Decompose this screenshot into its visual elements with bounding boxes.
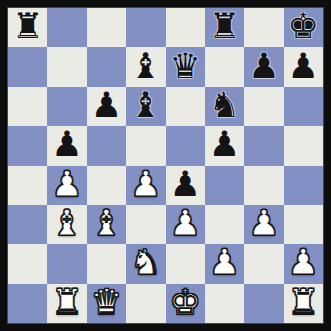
square-h7[interactable]: ♟ <box>284 47 323 86</box>
square-h5[interactable] <box>284 126 323 165</box>
square-f6[interactable]: ♞ <box>205 87 244 126</box>
square-b5[interactable]: ♟ <box>47 126 86 165</box>
square-c1[interactable]: ♛ <box>87 284 126 323</box>
piece-white-pawn-b4: ♟ <box>51 167 82 202</box>
square-a5[interactable] <box>8 126 47 165</box>
square-b3[interactable]: ♝ <box>47 205 86 244</box>
square-e3[interactable]: ♟ <box>166 205 205 244</box>
piece-white-knight-d2: ♞ <box>130 245 161 280</box>
square-f4[interactable] <box>205 166 244 205</box>
piece-white-pawn-f2: ♟ <box>209 245 240 280</box>
piece-white-pawn-d4: ♟ <box>130 167 161 202</box>
square-c6[interactable]: ♟ <box>87 87 126 126</box>
square-c2[interactable] <box>87 244 126 283</box>
square-h6[interactable] <box>284 87 323 126</box>
square-a1[interactable] <box>8 284 47 323</box>
square-d6[interactable]: ♝ <box>126 87 165 126</box>
piece-black-queen-e7: ♛ <box>169 49 200 84</box>
piece-black-bishop-d7: ♝ <box>130 49 161 84</box>
piece-black-rook-f8: ♜ <box>209 9 240 44</box>
square-h4[interactable] <box>284 166 323 205</box>
piece-black-pawn-e4: ♟ <box>169 167 200 202</box>
piece-black-pawn-h7: ♟ <box>288 49 319 84</box>
piece-black-pawn-f5: ♟ <box>209 127 240 162</box>
piece-black-rook-a8: ♜ <box>12 9 43 44</box>
square-d7[interactable]: ♝ <box>126 47 165 86</box>
square-b6[interactable] <box>47 87 86 126</box>
square-d3[interactable] <box>126 205 165 244</box>
square-g3[interactable]: ♟ <box>244 205 283 244</box>
square-d8[interactable] <box>126 8 165 47</box>
piece-white-rook-b1: ♜ <box>51 285 82 320</box>
square-c4[interactable] <box>87 166 126 205</box>
square-g8[interactable] <box>244 8 283 47</box>
square-c8[interactable] <box>87 8 126 47</box>
piece-white-pawn-e3: ♟ <box>169 206 200 241</box>
piece-white-rook-h1: ♜ <box>288 285 319 320</box>
piece-white-bishop-c3: ♝ <box>91 206 122 241</box>
square-d5[interactable] <box>126 126 165 165</box>
square-g7[interactable]: ♟ <box>244 47 283 86</box>
square-g1[interactable] <box>244 284 283 323</box>
square-h1[interactable]: ♜ <box>284 284 323 323</box>
piece-white-king-e1: ♚ <box>169 285 200 320</box>
square-g6[interactable] <box>244 87 283 126</box>
square-f3[interactable] <box>205 205 244 244</box>
piece-black-pawn-g7: ♟ <box>248 49 279 84</box>
square-e8[interactable] <box>166 8 205 47</box>
chess-board: ♜♜♚♝♛♟♟♟♝♞♟♟♟♟♟♝♝♟♟♞♟♟♜♛♚♜ <box>8 8 323 323</box>
square-b2[interactable] <box>47 244 86 283</box>
square-h3[interactable] <box>284 205 323 244</box>
piece-white-pawn-g3: ♟ <box>248 206 279 241</box>
square-h8[interactable]: ♚ <box>284 8 323 47</box>
square-c3[interactable]: ♝ <box>87 205 126 244</box>
piece-white-pawn-h2: ♟ <box>288 245 319 280</box>
piece-black-knight-f6: ♞ <box>209 88 240 123</box>
square-h2[interactable]: ♟ <box>284 244 323 283</box>
square-b8[interactable] <box>47 8 86 47</box>
square-e4[interactable]: ♟ <box>166 166 205 205</box>
square-b1[interactable]: ♜ <box>47 284 86 323</box>
square-d4[interactable]: ♟ <box>126 166 165 205</box>
square-a7[interactable] <box>8 47 47 86</box>
square-b4[interactable]: ♟ <box>47 166 86 205</box>
square-d2[interactable]: ♞ <box>126 244 165 283</box>
square-f7[interactable] <box>205 47 244 86</box>
square-a6[interactable] <box>8 87 47 126</box>
square-a3[interactable] <box>8 205 47 244</box>
square-e1[interactable]: ♚ <box>166 284 205 323</box>
square-e7[interactable]: ♛ <box>166 47 205 86</box>
piece-white-queen-c1: ♛ <box>91 285 122 320</box>
piece-black-pawn-c6: ♟ <box>91 88 122 123</box>
square-e2[interactable] <box>166 244 205 283</box>
square-c5[interactable] <box>87 126 126 165</box>
square-g2[interactable] <box>244 244 283 283</box>
piece-white-bishop-b3: ♝ <box>51 206 82 241</box>
square-a4[interactable] <box>8 166 47 205</box>
square-f2[interactable]: ♟ <box>205 244 244 283</box>
square-e5[interactable] <box>166 126 205 165</box>
piece-black-bishop-d6: ♝ <box>130 88 161 123</box>
piece-black-pawn-b5: ♟ <box>51 127 82 162</box>
square-g5[interactable] <box>244 126 283 165</box>
chess-board-frame: ♜♜♚♝♛♟♟♟♝♞♟♟♟♟♟♝♝♟♟♞♟♟♜♛♚♜ <box>0 0 331 331</box>
square-e6[interactable] <box>166 87 205 126</box>
square-a2[interactable] <box>8 244 47 283</box>
piece-black-king-h8: ♚ <box>288 9 319 44</box>
square-f1[interactable] <box>205 284 244 323</box>
square-f8[interactable]: ♜ <box>205 8 244 47</box>
square-d1[interactable] <box>126 284 165 323</box>
square-g4[interactable] <box>244 166 283 205</box>
square-b7[interactable] <box>47 47 86 86</box>
square-c7[interactable] <box>87 47 126 86</box>
square-a8[interactable]: ♜ <box>8 8 47 47</box>
square-f5[interactable]: ♟ <box>205 126 244 165</box>
